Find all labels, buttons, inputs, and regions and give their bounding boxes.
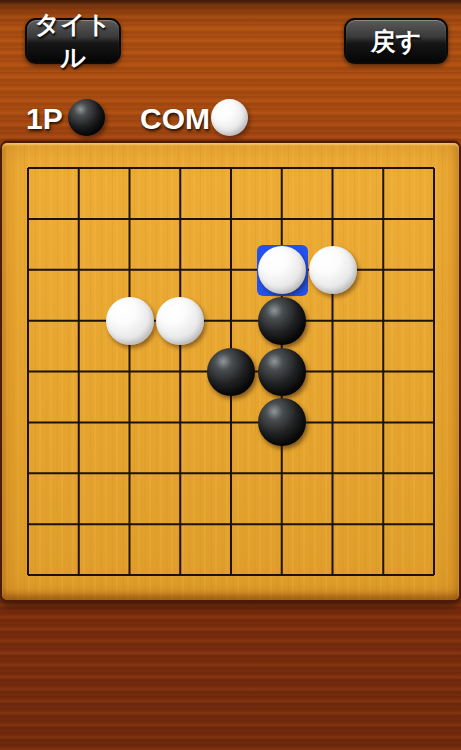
- black-stone: [207, 348, 255, 396]
- black-stone: [258, 297, 306, 345]
- player-1p-black-stone-icon: [68, 99, 105, 136]
- player-com-label: COM: [140, 100, 210, 137]
- white-stone: [106, 297, 154, 345]
- white-stone: [309, 246, 357, 294]
- white-stone: [156, 297, 204, 345]
- black-stone: [258, 398, 306, 446]
- go-board[interactable]: [2, 143, 459, 600]
- board-grid: [27, 167, 435, 576]
- white-stone: [258, 246, 306, 294]
- black-stone: [258, 348, 306, 396]
- player-com-white-stone-icon: [211, 99, 248, 136]
- title-button[interactable]: タイトル: [25, 18, 121, 64]
- player-1p-label: 1P: [26, 100, 63, 137]
- undo-button[interactable]: 戻す: [344, 18, 448, 64]
